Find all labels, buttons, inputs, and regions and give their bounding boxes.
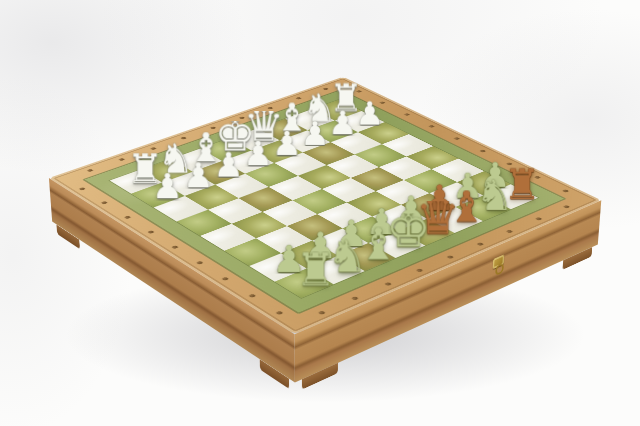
peg-hole	[180, 137, 187, 140]
peg-hole	[479, 150, 486, 153]
case-foot	[563, 247, 593, 270]
peg-hole	[453, 137, 460, 140]
peg-hole	[210, 126, 217, 129]
peg-hole	[322, 88, 328, 91]
peg-hole	[534, 176, 541, 179]
peg-hole	[119, 158, 126, 161]
peg-hole	[563, 205, 570, 208]
peg-hole	[248, 294, 256, 298]
peg-hole	[147, 230, 154, 234]
peg-hole	[87, 169, 94, 172]
light-square	[154, 196, 208, 222]
peg-hole	[446, 255, 454, 259]
peg-hole	[124, 215, 131, 218]
peg-hole	[535, 217, 542, 220]
peg-hole	[379, 101, 385, 104]
peg-hole	[384, 282, 392, 286]
case-foot	[302, 363, 338, 390]
green-rook: ♜	[503, 167, 542, 206]
peg-hole	[239, 116, 246, 119]
peg-hole	[171, 245, 178, 249]
brass-clasp-icon	[493, 254, 505, 269]
peg-hole	[275, 311, 283, 315]
peg-hole	[403, 113, 410, 116]
green-pawn: ♟	[476, 154, 514, 192]
peg-hole	[416, 269, 424, 273]
peg-hole	[506, 162, 513, 165]
chess-case: ♜♞♝♚♛♝♞♜♟♟♟♟♟♟♟♟♟♟♟♟♟♟♟♟♜♞♝♚♛♝♞♜	[49, 77, 601, 334]
dark-square: ♟	[131, 183, 184, 208]
peg-hole	[150, 147, 157, 150]
scene: ♜♞♝♚♛♝♞♜♟♟♟♟♟♟♟♟♟♟♟♟♟♟♟♟♜♞♝♚♛♝♞♜	[0, 0, 640, 426]
peg-hole	[196, 261, 204, 265]
peg-hole	[318, 311, 326, 315]
case-foot	[260, 359, 290, 389]
peg-hole	[477, 242, 484, 246]
peg-hole	[428, 125, 435, 128]
peg-hole	[295, 97, 301, 100]
wooden-frame: ♜♞♝♚♛♝♞♜♟♟♟♟♟♟♟♟♟♟♟♟♟♟♟♟♜♞♝♚♛♝♞♜	[49, 77, 601, 334]
peg-hole	[101, 201, 108, 204]
peg-hole	[562, 189, 569, 192]
peg-hole	[267, 107, 273, 110]
peg-hole	[506, 230, 513, 234]
peg-hole	[79, 187, 86, 190]
peg-hole	[222, 277, 230, 281]
peg-hole	[351, 296, 359, 300]
case-foot	[56, 224, 80, 249]
peg-hole	[356, 90, 362, 93]
